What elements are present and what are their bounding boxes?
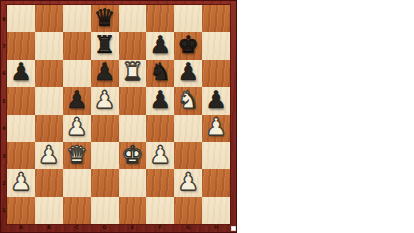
square-e8[interactable] [119, 5, 147, 32]
square-e6[interactable]: ♜ [119, 60, 147, 87]
square-b1[interactable] [35, 197, 63, 224]
square-a1[interactable] [7, 197, 35, 224]
square-b6[interactable] [35, 60, 63, 87]
white-knight[interactable]: ♞ [177, 88, 199, 112]
black-pawn[interactable]: ♟ [150, 33, 172, 57]
square-g5[interactable]: ♞ [174, 87, 202, 114]
square-d2[interactable] [91, 169, 119, 196]
square-d6[interactable]: ♟ [91, 60, 119, 87]
square-d4[interactable] [91, 115, 119, 142]
file-label-b: B [35, 222, 63, 232]
square-b5[interactable] [35, 87, 63, 114]
square-a2[interactable]: ♟ [7, 169, 35, 196]
square-d7[interactable]: ♜ [91, 32, 119, 59]
black-pawn[interactable]: ♟ [66, 88, 88, 112]
square-h8[interactable] [202, 5, 230, 32]
square-e7[interactable] [119, 32, 147, 59]
square-c1[interactable] [63, 197, 91, 224]
black-knight[interactable]: ♞ [150, 60, 172, 84]
square-a6[interactable]: ♟ [7, 60, 35, 87]
square-b3[interactable]: ♟ [35, 142, 63, 169]
square-a8[interactable] [7, 5, 35, 32]
square-h3[interactable] [202, 142, 230, 169]
black-pawn[interactable]: ♟ [150, 88, 172, 112]
square-h7[interactable] [202, 32, 230, 59]
square-a4[interactable] [7, 115, 35, 142]
square-a7[interactable] [7, 32, 35, 59]
square-g7[interactable]: ♚ [174, 32, 202, 59]
square-f5[interactable]: ♟ [146, 87, 174, 114]
square-a3[interactable] [7, 142, 35, 169]
chess-board-frame: 87654321 ♛♜♟♚♟♟♜♞♟♟♟♟♞♟♟♟♟♛♚♟♟♟ ABCDEFGH [0, 0, 237, 233]
white-pawn[interactable]: ♟ [66, 115, 88, 139]
black-pawn[interactable]: ♟ [177, 60, 199, 84]
square-c6[interactable] [63, 60, 91, 87]
square-f3[interactable]: ♟ [146, 142, 174, 169]
file-label-c: C [63, 222, 91, 232]
square-f1[interactable] [146, 197, 174, 224]
square-e3[interactable]: ♚ [119, 142, 147, 169]
square-g8[interactable] [174, 5, 202, 32]
white-pawn[interactable]: ♟ [94, 88, 116, 112]
square-h4[interactable]: ♟ [202, 115, 230, 142]
square-a5[interactable] [7, 87, 35, 114]
file-label-h: H [202, 222, 230, 232]
square-d3[interactable] [91, 142, 119, 169]
square-e5[interactable] [119, 87, 147, 114]
white-pawn[interactable]: ♟ [177, 170, 199, 194]
square-f6[interactable]: ♞ [146, 60, 174, 87]
square-c2[interactable] [63, 169, 91, 196]
board-grid: ♛♜♟♚♟♟♜♞♟♟♟♟♞♟♟♟♟♛♚♟♟♟ [7, 5, 230, 224]
square-f2[interactable] [146, 169, 174, 196]
black-pawn[interactable]: ♟ [10, 60, 32, 84]
square-h1[interactable] [202, 197, 230, 224]
square-c8[interactable] [63, 5, 91, 32]
square-f4[interactable] [146, 115, 174, 142]
square-e4[interactable] [119, 115, 147, 142]
square-h6[interactable] [202, 60, 230, 87]
square-c4[interactable]: ♟ [63, 115, 91, 142]
square-g3[interactable] [174, 142, 202, 169]
file-label-g: G [174, 222, 202, 232]
square-d8[interactable]: ♛ [91, 5, 119, 32]
square-d1[interactable] [91, 197, 119, 224]
square-h2[interactable] [202, 169, 230, 196]
square-g2[interactable]: ♟ [174, 169, 202, 196]
black-pawn[interactable]: ♟ [94, 60, 116, 84]
square-b7[interactable] [35, 32, 63, 59]
black-queen[interactable]: ♛ [94, 6, 116, 30]
square-e1[interactable] [119, 197, 147, 224]
square-c3[interactable]: ♛ [63, 142, 91, 169]
square-e2[interactable] [119, 169, 147, 196]
square-g6[interactable]: ♟ [174, 60, 202, 87]
square-c7[interactable] [63, 32, 91, 59]
white-pawn[interactable]: ♟ [10, 170, 32, 194]
file-labels: ABCDEFGH [7, 222, 230, 232]
page: 87654321 ♛♜♟♚♟♟♜♞♟♟♟♟♞♟♟♟♟♛♚♟♟♟ ABCDEFGH [0, 0, 414, 233]
black-rook[interactable]: ♜ [94, 33, 116, 57]
white-rook[interactable]: ♜ [122, 60, 144, 84]
square-g1[interactable] [174, 197, 202, 224]
file-label-a: A [7, 222, 35, 232]
square-f8[interactable] [146, 5, 174, 32]
square-b2[interactable] [35, 169, 63, 196]
square-f7[interactable]: ♟ [146, 32, 174, 59]
white-king[interactable]: ♚ [122, 143, 144, 167]
white-pawn[interactable]: ♟ [150, 143, 172, 167]
white-pawn[interactable]: ♟ [38, 143, 60, 167]
square-b4[interactable] [35, 115, 63, 142]
corner-artifact [232, 227, 235, 230]
file-label-e: E [119, 222, 147, 232]
square-h5[interactable]: ♟ [202, 87, 230, 114]
white-queen[interactable]: ♛ [66, 143, 88, 167]
square-d5[interactable]: ♟ [91, 87, 119, 114]
file-label-f: F [146, 222, 174, 232]
file-label-d: D [91, 222, 119, 232]
square-g4[interactable] [174, 115, 202, 142]
black-king[interactable]: ♚ [177, 33, 199, 57]
white-pawn[interactable]: ♟ [205, 115, 227, 139]
black-pawn[interactable]: ♟ [205, 88, 227, 112]
square-b8[interactable] [35, 5, 63, 32]
square-c5[interactable]: ♟ [63, 87, 91, 114]
